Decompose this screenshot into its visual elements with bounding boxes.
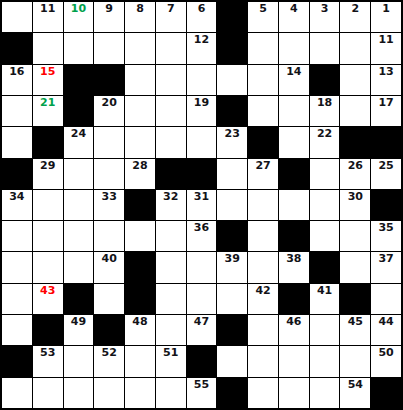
clue-number-36: 36 [187, 222, 217, 233]
crossword-board: 1110987654321121116151413212019181724232… [0, 0, 403, 410]
clue-number-29: 29 [33, 160, 63, 171]
cell-r4c0[interactable] [2, 127, 32, 157]
black-cell-r10c7 [217, 315, 247, 345]
cell-r12c4[interactable] [125, 378, 155, 408]
cell-r10c0[interactable] [2, 315, 32, 345]
black-cell-r3c2 [64, 96, 94, 126]
cell-r9c6[interactable] [187, 284, 217, 314]
cell-r8c9[interactable]: 38 [279, 252, 309, 282]
cell-r6c7[interactable] [217, 190, 247, 220]
cell-r9c12[interactable] [371, 284, 401, 314]
cell-r0c0[interactable] [2, 2, 32, 32]
clue-number-35: 35 [371, 222, 401, 233]
cell-r5c8[interactable]: 27 [248, 159, 278, 189]
cell-r10c11[interactable]: 45 [340, 315, 370, 345]
cell-r2c1[interactable]: 15 [33, 65, 63, 95]
clue-number-15: 15 [33, 66, 63, 77]
cell-r10c4[interactable]: 48 [125, 315, 155, 345]
cell-r9c1[interactable]: 43 [33, 284, 63, 314]
cell-r10c8[interactable] [248, 315, 278, 345]
cell-r11c11[interactable] [340, 346, 370, 376]
clue-number-44: 44 [371, 316, 401, 327]
clue-number-21: 21 [33, 97, 63, 108]
cell-r1c12[interactable]: 11 [371, 33, 401, 63]
cell-r11c12[interactable]: 50 [371, 346, 401, 376]
clue-number-38: 38 [279, 253, 309, 264]
cell-r5c11[interactable]: 26 [340, 159, 370, 189]
black-cell-r9c2 [64, 284, 94, 314]
clue-number-52: 52 [94, 347, 124, 358]
clue-number-11: 11 [33, 3, 63, 14]
cell-r12c6[interactable]: 55 [187, 378, 217, 408]
cell-r11c3[interactable]: 52 [94, 346, 124, 376]
cell-r12c10[interactable] [310, 378, 340, 408]
cell-r6c1[interactable] [33, 190, 63, 220]
cell-r5c2[interactable] [64, 159, 94, 189]
cell-r3c4[interactable] [125, 96, 155, 126]
black-cell-r5c0 [2, 159, 32, 189]
black-cell-r7c9 [279, 221, 309, 251]
clue-number-33: 33 [94, 191, 124, 202]
cell-r6c0[interactable]: 34 [2, 190, 32, 220]
cell-r12c8[interactable] [248, 378, 278, 408]
clue-number-54: 54 [340, 379, 370, 390]
cell-r12c5[interactable] [156, 378, 186, 408]
cell-r3c3[interactable]: 20 [94, 96, 124, 126]
cell-r6c2[interactable] [64, 190, 94, 220]
cell-r0c10[interactable]: 3 [310, 2, 340, 32]
cell-r3c6[interactable]: 19 [187, 96, 217, 126]
cell-r4c4[interactable] [125, 127, 155, 157]
cell-r7c8[interactable] [248, 221, 278, 251]
cell-r5c1[interactable]: 29 [33, 159, 63, 189]
cell-r2c0[interactable]: 16 [2, 65, 32, 95]
cell-r11c1[interactable]: 53 [33, 346, 63, 376]
cell-r5c3[interactable] [94, 159, 124, 189]
cell-r7c10[interactable] [310, 221, 340, 251]
cell-r2c11[interactable] [340, 65, 370, 95]
black-cell-r0c7 [217, 2, 247, 32]
clue-number-34: 34 [2, 191, 32, 202]
cell-r1c10[interactable] [310, 33, 340, 63]
clue-number-17: 17 [371, 97, 401, 108]
clue-number-51: 51 [156, 347, 186, 358]
clue-number-12: 12 [187, 34, 217, 45]
cell-r7c6[interactable]: 36 [187, 221, 217, 251]
black-cell-r8c10 [310, 252, 340, 282]
clue-number-20: 20 [94, 97, 124, 108]
clue-number-48: 48 [125, 316, 155, 327]
cell-r1c1[interactable] [33, 33, 63, 63]
cell-r5c10[interactable] [310, 159, 340, 189]
cell-r8c11[interactable] [340, 252, 370, 282]
cell-r3c11[interactable] [340, 96, 370, 126]
cell-r4c9[interactable] [279, 127, 309, 157]
cell-r10c6[interactable]: 47 [187, 315, 217, 345]
cell-r10c10[interactable] [310, 315, 340, 345]
black-cell-r4c8 [248, 127, 278, 157]
clue-number-42: 42 [248, 285, 278, 296]
cell-r9c5[interactable] [156, 284, 186, 314]
clue-number-4: 4 [279, 3, 309, 14]
cell-r2c7[interactable] [217, 65, 247, 95]
cell-r6c10[interactable] [310, 190, 340, 220]
cell-r10c12[interactable]: 44 [371, 315, 401, 345]
cell-r9c8[interactable]: 42 [248, 284, 278, 314]
black-cell-r2c10 [310, 65, 340, 95]
cell-r1c8[interactable] [248, 33, 278, 63]
clue-number-53: 53 [33, 347, 63, 358]
clue-number-19: 19 [187, 97, 217, 108]
cell-r12c1[interactable] [33, 378, 63, 408]
cell-r0c2[interactable]: 10 [64, 2, 94, 32]
cell-r8c3[interactable]: 40 [94, 252, 124, 282]
cell-r0c12[interactable]: 1 [371, 2, 401, 32]
black-cell-r2c3 [94, 65, 124, 95]
cell-r9c0[interactable] [2, 284, 32, 314]
cell-r11c8[interactable] [248, 346, 278, 376]
cell-r7c3[interactable] [94, 221, 124, 251]
cell-r7c2[interactable] [64, 221, 94, 251]
clue-number-10: 10 [64, 3, 94, 14]
clue-number-55: 55 [187, 379, 217, 390]
cell-r2c5[interactable] [156, 65, 186, 95]
black-cell-r11c6 [187, 346, 217, 376]
black-cell-r12c12 [371, 378, 401, 408]
cell-r10c5[interactable] [156, 315, 186, 345]
clue-number-6: 6 [187, 3, 217, 14]
cell-r5c7[interactable] [217, 159, 247, 189]
black-cell-r4c1 [33, 127, 63, 157]
cell-r3c9[interactable] [279, 96, 309, 126]
cell-r3c10[interactable]: 18 [310, 96, 340, 126]
clue-number-30: 30 [340, 191, 370, 202]
cell-r8c7[interactable]: 39 [217, 252, 247, 282]
cell-r0c1[interactable]: 11 [33, 2, 63, 32]
cell-r8c8[interactable] [248, 252, 278, 282]
cell-r11c2[interactable] [64, 346, 94, 376]
cell-r6c8[interactable] [248, 190, 278, 220]
cell-r4c3[interactable] [94, 127, 124, 157]
black-cell-r10c1 [33, 315, 63, 345]
cell-r12c2[interactable] [64, 378, 94, 408]
cell-r12c9[interactable] [279, 378, 309, 408]
clue-number-26: 26 [340, 160, 370, 171]
clue-number-22: 22 [310, 128, 340, 139]
cell-r8c0[interactable] [2, 252, 32, 282]
cell-r3c5[interactable] [156, 96, 186, 126]
clue-number-23: 23 [217, 128, 247, 139]
cell-r4c7[interactable]: 23 [217, 127, 247, 157]
black-cell-r5c6 [187, 159, 217, 189]
cell-r3c12[interactable]: 17 [371, 96, 401, 126]
cell-r1c5[interactable] [156, 33, 186, 63]
cell-r6c5[interactable]: 32 [156, 190, 186, 220]
cell-r12c0[interactable] [2, 378, 32, 408]
clue-number-3: 3 [310, 3, 340, 14]
black-cell-r7c7 [217, 221, 247, 251]
black-cell-r8c4 [125, 252, 155, 282]
clue-number-24: 24 [64, 128, 94, 139]
cell-r0c6[interactable]: 6 [187, 2, 217, 32]
cell-r2c6[interactable] [187, 65, 217, 95]
clue-number-47: 47 [187, 316, 217, 327]
black-cell-r9c4 [125, 284, 155, 314]
black-cell-r6c12 [371, 190, 401, 220]
black-cell-r2c2 [64, 65, 94, 95]
clue-number-13: 13 [371, 66, 401, 77]
clue-number-16: 16 [2, 66, 32, 77]
cell-r11c9[interactable] [279, 346, 309, 376]
clue-number-9: 9 [94, 3, 124, 14]
cell-r7c12[interactable]: 35 [371, 221, 401, 251]
black-cell-r6c4 [125, 190, 155, 220]
cell-r1c6[interactable]: 12 [187, 33, 217, 63]
cell-r6c6[interactable]: 31 [187, 190, 217, 220]
cell-r1c11[interactable] [340, 33, 370, 63]
black-cell-r3c7 [217, 96, 247, 126]
cell-r1c3[interactable] [94, 33, 124, 63]
clue-number-14: 14 [279, 66, 309, 77]
cell-r9c7[interactable] [217, 284, 247, 314]
clue-number-49: 49 [64, 316, 94, 327]
cell-r5c4[interactable]: 28 [125, 159, 155, 189]
cell-r8c2[interactable] [64, 252, 94, 282]
cell-r11c5[interactable]: 51 [156, 346, 186, 376]
cell-r9c10[interactable]: 41 [310, 284, 340, 314]
clue-number-37: 37 [371, 253, 401, 264]
clue-number-31: 31 [187, 191, 217, 202]
cell-r4c6[interactable] [187, 127, 217, 157]
black-cell-r5c5 [156, 159, 186, 189]
cell-r12c3[interactable] [94, 378, 124, 408]
black-cell-r9c9 [279, 284, 309, 314]
cell-r3c8[interactable] [248, 96, 278, 126]
cell-r0c5[interactable]: 7 [156, 2, 186, 32]
cell-r3c1[interactable]: 21 [33, 96, 63, 126]
cell-r5c12[interactable]: 25 [371, 159, 401, 189]
cell-r4c5[interactable] [156, 127, 186, 157]
clue-number-11: 11 [371, 34, 401, 45]
cell-r0c9[interactable]: 4 [279, 2, 309, 32]
black-cell-r12c7 [217, 378, 247, 408]
cell-r0c4[interactable]: 8 [125, 2, 155, 32]
cell-r2c12[interactable]: 13 [371, 65, 401, 95]
clue-number-41: 41 [310, 285, 340, 296]
cell-r6c3[interactable]: 33 [94, 190, 124, 220]
cell-r4c2[interactable]: 24 [64, 127, 94, 157]
clue-number-28: 28 [125, 160, 155, 171]
clue-number-45: 45 [340, 316, 370, 327]
clue-number-40: 40 [94, 253, 124, 264]
clue-number-32: 32 [156, 191, 186, 202]
black-cell-r5c9 [279, 159, 309, 189]
cell-r11c7[interactable] [217, 346, 247, 376]
clue-number-2: 2 [340, 3, 370, 14]
cell-r6c11[interactable]: 30 [340, 190, 370, 220]
clue-number-8: 8 [125, 3, 155, 14]
crossword-puzzle: 1110987654321121116151413212019181724232… [0, 0, 403, 410]
cell-r7c4[interactable] [125, 221, 155, 251]
black-cell-r11c0 [2, 346, 32, 376]
cell-r10c9[interactable]: 46 [279, 315, 309, 345]
clue-number-18: 18 [310, 97, 340, 108]
black-cell-r9c11 [340, 284, 370, 314]
black-cell-r4c12 [371, 127, 401, 157]
clue-number-25: 25 [371, 160, 401, 171]
cell-r3c0[interactable] [2, 96, 32, 126]
cell-r7c0[interactable] [2, 221, 32, 251]
cell-r1c9[interactable] [279, 33, 309, 63]
clue-number-1: 1 [371, 3, 401, 14]
cell-r8c5[interactable] [156, 252, 186, 282]
black-cell-r1c7 [217, 33, 247, 63]
cell-r2c9[interactable]: 14 [279, 65, 309, 95]
clue-number-43: 43 [33, 285, 63, 296]
cell-r1c4[interactable] [125, 33, 155, 63]
black-cell-r10c3 [94, 315, 124, 345]
cell-r1c2[interactable] [64, 33, 94, 63]
clue-number-7: 7 [156, 3, 186, 14]
cell-r0c11[interactable]: 2 [340, 2, 370, 32]
black-cell-r1c0 [2, 33, 32, 63]
cell-r4c10[interactable]: 22 [310, 127, 340, 157]
clue-number-46: 46 [279, 316, 309, 327]
cell-r0c8[interactable]: 5 [248, 2, 278, 32]
clue-number-27: 27 [248, 160, 278, 171]
cell-r8c1[interactable] [33, 252, 63, 282]
cell-r2c8[interactable] [248, 65, 278, 95]
cell-r10c2[interactable]: 49 [64, 315, 94, 345]
cell-r2c4[interactable] [125, 65, 155, 95]
cell-r8c12[interactable]: 37 [371, 252, 401, 282]
black-cell-r4c11 [340, 127, 370, 157]
cell-r11c10[interactable] [310, 346, 340, 376]
clue-number-5: 5 [248, 3, 278, 14]
cell-r7c1[interactable] [33, 221, 63, 251]
cell-r6c9[interactable] [279, 190, 309, 220]
cell-r7c11[interactable] [340, 221, 370, 251]
cell-r8c6[interactable] [187, 252, 217, 282]
cell-r7c5[interactable] [156, 221, 186, 251]
cell-r12c11[interactable]: 54 [340, 378, 370, 408]
cell-r0c3[interactable]: 9 [94, 2, 124, 32]
cell-r9c3[interactable] [94, 284, 124, 314]
clue-number-39: 39 [217, 253, 247, 264]
clue-number-50: 50 [371, 347, 401, 358]
cell-r11c4[interactable] [125, 346, 155, 376]
